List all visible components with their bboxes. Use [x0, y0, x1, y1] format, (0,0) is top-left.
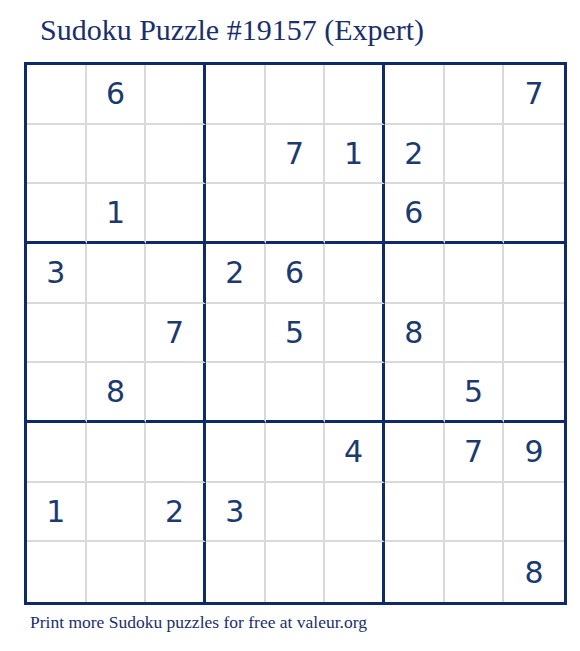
cell-r2c7: 2 — [385, 125, 445, 185]
cell-r8c8 — [445, 483, 505, 543]
cell-r9c6 — [325, 542, 385, 602]
cell-r5c1 — [27, 304, 87, 364]
cell-r1c3 — [146, 65, 206, 125]
cell-r4c4: 2 — [206, 244, 266, 304]
cell-r6c8: 5 — [445, 363, 505, 423]
cell-r8c9 — [504, 483, 564, 543]
cell-r1c6 — [325, 65, 385, 125]
cell-r1c4 — [206, 65, 266, 125]
cell-r8c1: 1 — [27, 483, 87, 543]
cell-r6c2: 8 — [87, 363, 147, 423]
cell-r3c2: 1 — [87, 184, 147, 244]
cell-r6c5 — [266, 363, 326, 423]
cell-r8c6 — [325, 483, 385, 543]
cell-r9c7 — [385, 542, 445, 602]
cell-r5c9 — [504, 304, 564, 364]
cell-r4c3 — [146, 244, 206, 304]
cell-r4c2 — [87, 244, 147, 304]
cell-r8c2 — [87, 483, 147, 543]
cell-r8c3: 2 — [146, 483, 206, 543]
cell-r2c4 — [206, 125, 266, 185]
cell-r1c1 — [27, 65, 87, 125]
cell-r1c9: 7 — [504, 65, 564, 125]
cell-r6c4 — [206, 363, 266, 423]
cell-r3c6 — [325, 184, 385, 244]
cell-r5c4 — [206, 304, 266, 364]
cell-r1c7 — [385, 65, 445, 125]
page-title: Sudoku Puzzle #19157 (Expert) — [40, 13, 424, 46]
sudoku-grid: 6771216326758854791238 — [24, 62, 567, 605]
cell-r3c1 — [27, 184, 87, 244]
cell-r2c5: 7 — [266, 125, 326, 185]
cell-r6c3 — [146, 363, 206, 423]
cell-r7c1 — [27, 423, 87, 483]
cell-r5c8 — [445, 304, 505, 364]
cell-r6c7 — [385, 363, 445, 423]
cell-r9c3 — [146, 542, 206, 602]
cell-r7c4 — [206, 423, 266, 483]
footer-text: Print more Sudoku puzzles for free at va… — [30, 612, 367, 633]
cell-r6c9 — [504, 363, 564, 423]
sudoku-page: Sudoku Puzzle #19157 (Expert) 6771216326… — [0, 0, 580, 651]
cell-r6c6 — [325, 363, 385, 423]
cell-r3c4 — [206, 184, 266, 244]
cell-r2c6: 1 — [325, 125, 385, 185]
cell-r9c4 — [206, 542, 266, 602]
cell-r2c9 — [504, 125, 564, 185]
cell-r1c2: 6 — [87, 65, 147, 125]
cell-r9c2 — [87, 542, 147, 602]
cell-r9c5 — [266, 542, 326, 602]
cell-r4c1: 3 — [27, 244, 87, 304]
cell-r4c8 — [445, 244, 505, 304]
cell-r5c7: 8 — [385, 304, 445, 364]
cell-r4c7 — [385, 244, 445, 304]
cell-r2c2 — [87, 125, 147, 185]
cell-r3c3 — [146, 184, 206, 244]
cell-r7c2 — [87, 423, 147, 483]
cell-r7c9: 9 — [504, 423, 564, 483]
cell-r2c8 — [445, 125, 505, 185]
cell-r6c1 — [27, 363, 87, 423]
cell-r5c5: 5 — [266, 304, 326, 364]
cell-r7c5 — [266, 423, 326, 483]
cell-r9c1 — [27, 542, 87, 602]
cell-r7c7 — [385, 423, 445, 483]
cell-r3c8 — [445, 184, 505, 244]
cell-r2c1 — [27, 125, 87, 185]
cell-r9c8 — [445, 542, 505, 602]
cell-r9c9: 8 — [504, 542, 564, 602]
cell-r5c3: 7 — [146, 304, 206, 364]
cell-r4c6 — [325, 244, 385, 304]
cell-r7c3 — [146, 423, 206, 483]
cell-r1c8 — [445, 65, 505, 125]
cell-r8c4: 3 — [206, 483, 266, 543]
cell-r1c5 — [266, 65, 326, 125]
cell-r4c9 — [504, 244, 564, 304]
cell-r3c7: 6 — [385, 184, 445, 244]
cell-r8c5 — [266, 483, 326, 543]
cell-r2c3 — [146, 125, 206, 185]
cell-r5c2 — [87, 304, 147, 364]
cell-r3c5 — [266, 184, 326, 244]
cell-r7c6: 4 — [325, 423, 385, 483]
cell-r8c7 — [385, 483, 445, 543]
cell-r7c8: 7 — [445, 423, 505, 483]
cell-r4c5: 6 — [266, 244, 326, 304]
cell-r3c9 — [504, 184, 564, 244]
cell-r5c6 — [325, 304, 385, 364]
